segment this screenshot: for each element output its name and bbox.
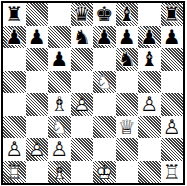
piece-black-queen[interactable]: ♛	[71, 3, 94, 26]
black-queen-glyph: ♛	[71, 3, 94, 26]
piece-black-rook[interactable]: ♜	[161, 3, 184, 26]
square-d6[interactable]	[71, 48, 94, 71]
piece-black-knight[interactable]: ♞	[116, 48, 139, 71]
piece-white-king[interactable]: ♚♔	[93, 161, 116, 184]
square-a2[interactable]: ♟♙	[3, 138, 26, 161]
white-pawn-glyph: ♙	[26, 138, 49, 161]
chess-board: ♜♛♚♝♜♟♟♞♟♟♟♟♟♞♝♞♘♝♗♟♙♟♙♞♘♛♕♟♙♟♙♟♙♟♙♜♖♝♗♚…	[3, 3, 183, 183]
white-king-glyph: ♔	[93, 161, 116, 184]
piece-white-bishop[interactable]: ♝♗	[48, 161, 71, 184]
square-h6[interactable]	[161, 48, 184, 71]
black-pawn-glyph: ♟	[3, 26, 26, 49]
piece-white-knight[interactable]: ♞♘	[48, 116, 71, 139]
white-pawn-glyph: ♙	[3, 138, 26, 161]
piece-black-pawn[interactable]: ♟	[26, 26, 49, 49]
white-rook-glyph: ♖	[161, 161, 184, 184]
piece-white-bishop[interactable]: ♝♗	[48, 93, 71, 116]
square-d7[interactable]: ♞	[71, 26, 94, 49]
square-e1[interactable]: ♚♔	[93, 161, 116, 184]
black-bishop-glyph: ♝	[116, 3, 139, 26]
square-h2[interactable]	[161, 138, 184, 161]
white-bishop-glyph: ♗	[48, 93, 71, 116]
piece-white-queen[interactable]: ♛♕	[116, 116, 139, 139]
piece-white-pawn[interactable]: ♟♙	[48, 138, 71, 161]
black-pawn-glyph: ♟	[138, 26, 161, 49]
square-c1[interactable]: ♝♗	[48, 161, 71, 184]
square-f6[interactable]: ♞	[116, 48, 139, 71]
square-g1[interactable]	[138, 161, 161, 184]
piece-black-knight[interactable]: ♞	[71, 26, 94, 49]
square-f3[interactable]: ♛♕	[116, 116, 139, 139]
square-e5[interactable]: ♞♘	[93, 71, 116, 94]
square-a5[interactable]	[3, 71, 26, 94]
white-queen-glyph: ♕	[116, 116, 139, 139]
piece-black-pawn[interactable]: ♟	[138, 26, 161, 49]
square-c6[interactable]: ♟	[48, 48, 71, 71]
black-knight-glyph: ♞	[116, 48, 139, 71]
square-h7[interactable]: ♟	[161, 26, 184, 49]
piece-black-pawn[interactable]: ♟	[93, 26, 116, 49]
square-g4[interactable]: ♟♙	[138, 93, 161, 116]
square-e4[interactable]	[93, 93, 116, 116]
square-f8[interactable]: ♝	[116, 3, 139, 26]
piece-black-rook[interactable]: ♜	[3, 3, 26, 26]
black-rook-glyph: ♜	[161, 3, 184, 26]
white-pawn-glyph: ♙	[48, 138, 71, 161]
square-b1[interactable]	[26, 161, 49, 184]
square-e3[interactable]	[93, 116, 116, 139]
piece-white-pawn[interactable]: ♟♙	[71, 93, 94, 116]
piece-black-bishop[interactable]: ♝	[116, 3, 139, 26]
square-c5[interactable]	[48, 71, 71, 94]
piece-black-bishop[interactable]: ♝	[138, 48, 161, 71]
square-c8[interactable]	[48, 3, 71, 26]
piece-black-pawn[interactable]: ♟	[48, 48, 71, 71]
square-f5[interactable]	[116, 71, 139, 94]
piece-black-king[interactable]: ♚	[93, 3, 116, 26]
piece-black-pawn[interactable]: ♟	[161, 26, 184, 49]
square-b6[interactable]	[26, 48, 49, 71]
black-pawn-glyph: ♟	[93, 26, 116, 49]
piece-white-pawn[interactable]: ♟♙	[161, 116, 184, 139]
square-h5[interactable]	[161, 71, 184, 94]
piece-white-knight[interactable]: ♞♘	[93, 71, 116, 94]
square-b3[interactable]	[26, 116, 49, 139]
white-knight-glyph: ♘	[48, 116, 71, 139]
square-b4[interactable]	[26, 93, 49, 116]
square-a3[interactable]	[3, 116, 26, 139]
square-a8[interactable]: ♜	[3, 3, 26, 26]
black-pawn-glyph: ♟	[161, 26, 184, 49]
square-b7[interactable]: ♟	[26, 26, 49, 49]
white-bishop-glyph: ♗	[48, 161, 71, 184]
square-d3[interactable]	[71, 116, 94, 139]
square-f4[interactable]	[116, 93, 139, 116]
square-h1[interactable]: ♜♖	[161, 161, 184, 184]
square-h8[interactable]: ♜	[161, 3, 184, 26]
square-g2[interactable]	[138, 138, 161, 161]
square-d1[interactable]	[71, 161, 94, 184]
square-a6[interactable]	[3, 48, 26, 71]
square-d8[interactable]: ♛	[71, 3, 94, 26]
piece-black-pawn[interactable]: ♟	[3, 26, 26, 49]
white-pawn-glyph: ♙	[71, 93, 94, 116]
square-c4[interactable]: ♝♗	[48, 93, 71, 116]
square-f1[interactable]	[116, 161, 139, 184]
square-a7[interactable]: ♟	[3, 26, 26, 49]
square-d5[interactable]	[71, 71, 94, 94]
square-f2[interactable]	[116, 138, 139, 161]
square-e7[interactable]: ♟	[93, 26, 116, 49]
black-knight-glyph: ♞	[71, 26, 94, 49]
square-e8[interactable]: ♚	[93, 3, 116, 26]
square-h3[interactable]: ♟♙	[161, 116, 184, 139]
square-b5[interactable]	[26, 71, 49, 94]
square-g8[interactable]	[138, 3, 161, 26]
square-c7[interactable]	[48, 26, 71, 49]
black-rook-glyph: ♜	[3, 3, 26, 26]
square-g7[interactable]: ♟	[138, 26, 161, 49]
black-bishop-glyph: ♝	[138, 48, 161, 71]
piece-white-pawn[interactable]: ♟♙	[26, 138, 49, 161]
black-pawn-glyph: ♟	[26, 26, 49, 49]
black-pawn-glyph: ♟	[116, 26, 139, 49]
piece-white-rook[interactable]: ♜♖	[161, 161, 184, 184]
square-h4[interactable]	[161, 93, 184, 116]
square-g5[interactable]	[138, 71, 161, 94]
square-e6[interactable]	[93, 48, 116, 71]
square-a1[interactable]: ♜♖	[3, 161, 26, 184]
board-frame: ♜♛♚♝♜♟♟♞♟♟♟♟♟♞♝♞♘♝♗♟♙♟♙♞♘♛♕♟♙♟♙♟♙♟♙♜♖♝♗♚…	[1, 1, 185, 185]
square-g6[interactable]: ♝	[138, 48, 161, 71]
piece-white-rook[interactable]: ♜♖	[3, 161, 26, 184]
square-a4[interactable]	[3, 93, 26, 116]
piece-white-pawn[interactable]: ♟♙	[3, 138, 26, 161]
white-pawn-glyph: ♙	[161, 116, 184, 139]
square-f7[interactable]: ♟	[116, 26, 139, 49]
square-b2[interactable]: ♟♙	[26, 138, 49, 161]
black-king-glyph: ♚	[93, 3, 116, 26]
square-d2[interactable]	[71, 138, 94, 161]
square-b8[interactable]	[26, 3, 49, 26]
square-e2[interactable]	[93, 138, 116, 161]
white-knight-glyph: ♘	[93, 71, 116, 94]
white-rook-glyph: ♖	[3, 161, 26, 184]
black-pawn-glyph: ♟	[48, 48, 71, 71]
square-c2[interactable]: ♟♙	[48, 138, 71, 161]
white-pawn-glyph: ♙	[138, 93, 161, 116]
piece-white-pawn[interactable]: ♟♙	[138, 93, 161, 116]
square-g3[interactable]	[138, 116, 161, 139]
piece-black-pawn[interactable]: ♟	[116, 26, 139, 49]
square-c3[interactable]: ♞♘	[48, 116, 71, 139]
square-d4[interactable]: ♟♙	[71, 93, 94, 116]
